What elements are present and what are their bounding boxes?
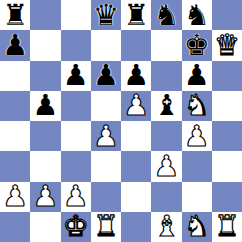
square-c1[interactable]: ♚ xyxy=(61,212,91,242)
square-d2[interactable] xyxy=(91,182,121,212)
square-b5[interactable]: ♟ xyxy=(30,91,60,121)
square-b8[interactable] xyxy=(30,0,60,30)
white-pawn[interactable]: ♟ xyxy=(2,182,28,211)
black-pawn[interactable]: ♟ xyxy=(63,61,89,90)
black-pawn[interactable]: ♟ xyxy=(93,61,119,90)
square-h1[interactable]: ♜ xyxy=(212,212,242,242)
square-f4[interactable] xyxy=(151,121,181,151)
square-c2[interactable]: ♟ xyxy=(61,182,91,212)
square-d5[interactable] xyxy=(91,91,121,121)
white-queen[interactable]: ♛ xyxy=(214,31,240,60)
black-pawn[interactable]: ♟ xyxy=(32,91,58,120)
square-g7[interactable]: ♚ xyxy=(182,30,212,60)
black-rook[interactable]: ♜ xyxy=(2,1,28,30)
square-d7[interactable] xyxy=(91,30,121,60)
square-e3[interactable] xyxy=(121,151,151,181)
square-a5[interactable] xyxy=(0,91,30,121)
black-pawn[interactable]: ♟ xyxy=(184,61,210,90)
square-h7[interactable]: ♛ xyxy=(212,30,242,60)
white-pawn[interactable]: ♟ xyxy=(63,182,89,211)
square-b6[interactable] xyxy=(30,61,60,91)
square-c4[interactable] xyxy=(61,121,91,151)
square-e8[interactable]: ♜ xyxy=(121,0,151,30)
white-rook[interactable]: ♜ xyxy=(214,212,240,241)
square-h6[interactable] xyxy=(212,61,242,91)
square-c5[interactable] xyxy=(61,91,91,121)
square-e2[interactable] xyxy=(121,182,151,212)
square-d4[interactable]: ♟ xyxy=(91,121,121,151)
white-pawn[interactable]: ♟ xyxy=(123,91,149,120)
black-queen[interactable]: ♛ xyxy=(93,1,119,30)
square-b2[interactable]: ♟ xyxy=(30,182,60,212)
square-e1[interactable] xyxy=(121,212,151,242)
square-a3[interactable] xyxy=(0,151,30,181)
square-h3[interactable] xyxy=(212,151,242,181)
white-pawn[interactable]: ♟ xyxy=(184,122,210,151)
black-pawn[interactable]: ♟ xyxy=(2,31,28,60)
square-f5[interactable]: ♝ xyxy=(151,91,181,121)
square-g8[interactable]: ♞ xyxy=(182,0,212,30)
square-a1[interactable] xyxy=(0,212,30,242)
chess-board: ♜♛♜♞♞♟♚♛♟♟♟♟♟♟♝♞♟♟♟♟♟♟♚♜♝♞♜ xyxy=(0,0,242,242)
square-e4[interactable] xyxy=(121,121,151,151)
square-d6[interactable]: ♟ xyxy=(91,61,121,91)
white-pawn[interactable]: ♟ xyxy=(93,122,119,151)
black-bishop[interactable]: ♝ xyxy=(153,91,179,120)
white-king[interactable]: ♚ xyxy=(63,212,89,241)
square-a2[interactable]: ♟ xyxy=(0,182,30,212)
square-c8[interactable] xyxy=(61,0,91,30)
white-pawn[interactable]: ♟ xyxy=(153,152,179,181)
square-g3[interactable] xyxy=(182,151,212,181)
square-a6[interactable] xyxy=(0,61,30,91)
square-g4[interactable]: ♟ xyxy=(182,121,212,151)
square-f8[interactable]: ♞ xyxy=(151,0,181,30)
square-c7[interactable] xyxy=(61,30,91,60)
square-e5[interactable]: ♟ xyxy=(121,91,151,121)
square-e7[interactable] xyxy=(121,30,151,60)
square-f7[interactable] xyxy=(151,30,181,60)
square-a7[interactable]: ♟ xyxy=(0,30,30,60)
square-d3[interactable] xyxy=(91,151,121,181)
square-d8[interactable]: ♛ xyxy=(91,0,121,30)
square-c6[interactable]: ♟ xyxy=(61,61,91,91)
black-knight[interactable]: ♞ xyxy=(184,1,210,30)
white-rook[interactable]: ♜ xyxy=(93,212,119,241)
square-b4[interactable] xyxy=(30,121,60,151)
white-knight[interactable]: ♞ xyxy=(184,91,210,120)
square-c3[interactable] xyxy=(61,151,91,181)
square-g1[interactable]: ♞ xyxy=(182,212,212,242)
square-b7[interactable] xyxy=(30,30,60,60)
black-knight[interactable]: ♞ xyxy=(153,1,179,30)
square-a4[interactable] xyxy=(0,121,30,151)
white-knight[interactable]: ♞ xyxy=(184,212,210,241)
square-h4[interactable] xyxy=(212,121,242,151)
square-h5[interactable] xyxy=(212,91,242,121)
square-b1[interactable] xyxy=(30,212,60,242)
square-a8[interactable]: ♜ xyxy=(0,0,30,30)
square-b3[interactable] xyxy=(30,151,60,181)
white-bishop[interactable]: ♝ xyxy=(153,212,179,241)
square-f6[interactable] xyxy=(151,61,181,91)
square-g6[interactable]: ♟ xyxy=(182,61,212,91)
square-f2[interactable] xyxy=(151,182,181,212)
square-g2[interactable] xyxy=(182,182,212,212)
square-g5[interactable]: ♞ xyxy=(182,91,212,121)
square-e6[interactable]: ♟ xyxy=(121,61,151,91)
square-d1[interactable]: ♜ xyxy=(91,212,121,242)
square-h8[interactable] xyxy=(212,0,242,30)
black-pawn[interactable]: ♟ xyxy=(123,61,149,90)
square-f1[interactable]: ♝ xyxy=(151,212,181,242)
black-rook[interactable]: ♜ xyxy=(123,1,149,30)
white-pawn[interactable]: ♟ xyxy=(32,182,58,211)
square-h2[interactable] xyxy=(212,182,242,212)
black-king[interactable]: ♚ xyxy=(184,31,210,60)
square-f3[interactable]: ♟ xyxy=(151,151,181,181)
